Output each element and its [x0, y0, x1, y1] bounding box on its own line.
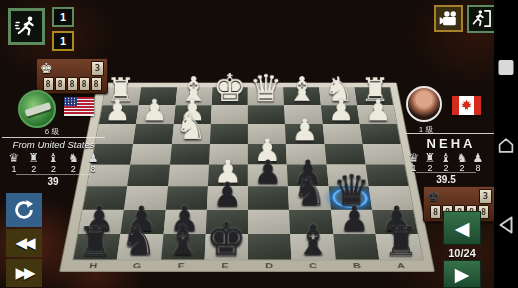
game-screen: ♜♝♚♛♝♞♜♟♟♟♟♟♞♟♟♟♟♟♟♞♛♟♟♟♟♟♜♞♝♚♝♜ HGFEDCB…: [0, 0, 518, 288]
square-d5[interactable]: ♟: [248, 165, 288, 187]
speed-mode-button[interactable]: [8, 8, 45, 45]
square-b3[interactable]: [322, 124, 362, 144]
file-label-c: C: [291, 262, 335, 269]
white-king-icon: ♚: [40, 61, 53, 75]
square-b6[interactable]: ♛: [328, 186, 371, 209]
square-f8[interactable]: ♝: [161, 234, 206, 260]
black-player-avatar: [406, 86, 442, 122]
square-b5[interactable]: [326, 165, 368, 187]
square-h8[interactable]: ♜: [73, 234, 120, 260]
black-material-score: 39.5: [416, 174, 476, 185]
back-button[interactable]: [498, 215, 515, 235]
square-a7[interactable]: ♟: [372, 209, 418, 233]
white-clock-digits: 88888: [40, 77, 104, 91]
square-d1[interactable]: ♛: [248, 87, 284, 105]
square-f3[interactable]: ♞: [172, 124, 211, 144]
square-a4[interactable]: [362, 144, 404, 165]
runner-exit-door-icon: [471, 8, 493, 30]
black-rook-a8: ♜: [383, 223, 418, 259]
square-c7[interactable]: [289, 209, 333, 233]
black-player-name: NEHA: [404, 136, 498, 151]
previous-move-button[interactable]: ◀: [443, 211, 481, 245]
white-wins-badge: 1: [52, 7, 74, 27]
black-king-icon: ♚: [427, 189, 440, 203]
square-h2[interactable]: ♟: [99, 105, 139, 124]
white-rook-a1: ♜: [360, 75, 389, 105]
square-e4[interactable]: [209, 144, 248, 165]
square-b8[interactable]: [333, 234, 379, 260]
square-c4[interactable]: [286, 144, 326, 165]
white-bishop-f1: ♝: [178, 74, 208, 105]
avatar-image-detail: [25, 102, 52, 117]
square-c8[interactable]: ♝: [290, 234, 335, 260]
square-d8[interactable]: [248, 234, 292, 260]
square-d4[interactable]: ♟: [248, 144, 287, 165]
square-e2[interactable]: [211, 105, 248, 124]
white-clock-side-digit: 3: [91, 61, 104, 76]
file-label-b: B: [335, 262, 380, 269]
recents-button[interactable]: [499, 60, 514, 75]
android-nav-bar: [494, 0, 518, 288]
square-e1[interactable]: ♚: [211, 87, 247, 105]
file-label-d: D: [247, 262, 291, 269]
home-button[interactable]: [498, 137, 515, 154]
square-g8[interactable]: ♞: [117, 234, 163, 260]
square-g5[interactable]: [127, 165, 169, 187]
selection-ring: [331, 188, 369, 208]
exit-game-button[interactable]: [467, 5, 496, 33]
move-counter: 10/24: [440, 247, 484, 259]
file-labels: HGFEDCBA: [70, 260, 424, 271]
file-label-h: H: [70, 262, 115, 269]
square-d2[interactable]: [248, 105, 285, 124]
square-d6[interactable]: [248, 186, 289, 209]
black-pawn-e6: ♟: [213, 179, 242, 209]
undo-circular-arrow-icon: [12, 198, 36, 222]
square-a1[interactable]: ♜: [354, 87, 393, 105]
square-f1[interactable]: ♝: [175, 87, 212, 105]
rewind-button[interactable]: ◀◀: [6, 229, 42, 257]
white-player-rank: 6 級: [22, 126, 82, 137]
square-e7[interactable]: [206, 209, 248, 233]
square-b7[interactable]: ♟: [330, 209, 375, 233]
square-a2[interactable]: ♟: [357, 105, 397, 124]
square-g2[interactable]: ♟: [136, 105, 175, 124]
us-flag: [64, 97, 94, 116]
square-f7[interactable]: ♟: [163, 209, 207, 233]
square-g4[interactable]: [130, 144, 171, 165]
white-queen-d1: ♛: [249, 71, 282, 105]
file-label-a: A: [378, 262, 423, 269]
square-g3[interactable]: [133, 124, 173, 144]
file-label-g: G: [115, 262, 160, 269]
black-clock-side-digit: 3: [479, 189, 492, 204]
canada-flag: [452, 96, 481, 115]
white-piece-icons: ♛♜♝♞♟: [4, 151, 103, 165]
file-label-f: F: [159, 262, 203, 269]
square-a8[interactable]: ♜: [375, 234, 422, 260]
square-g6[interactable]: [124, 186, 167, 209]
square-c3[interactable]: ♟: [285, 124, 324, 144]
camera-button[interactable]: [434, 5, 463, 32]
white-player-caption: From United States: [0, 139, 107, 150]
file-label-e: E: [203, 262, 247, 269]
maple-leaf-icon: [460, 99, 473, 112]
square-a6[interactable]: [368, 186, 413, 209]
square-h7[interactable]: ♟: [78, 209, 124, 233]
square-g7[interactable]: ♟: [121, 209, 166, 233]
white-knight-b1: ♞: [324, 74, 354, 105]
square-e3[interactable]: [210, 124, 248, 144]
board-frame: ♜♝♚♛♝♞♜♟♟♟♟♟♞♟♟♟♟♟♟♞♛♟♟♟♟♟♜♞♝♚♝♜ HGFEDCB…: [59, 83, 435, 272]
white-bishop-c1: ♝: [287, 74, 317, 105]
black-rook-h8: ♜: [77, 223, 112, 259]
square-e5[interactable]: ♟: [208, 165, 248, 187]
square-h6[interactable]: [83, 186, 128, 209]
square-c2[interactable]: [284, 105, 322, 124]
chess-board: ♜♝♚♛♝♞♜♟♟♟♟♟♞♟♟♟♟♟♟♞♛♟♟♟♟♟♜♞♝♚♝♜ HGFEDCB…: [59, 83, 435, 272]
square-f4[interactable]: [170, 144, 210, 165]
square-c6[interactable]: ♞: [288, 186, 330, 209]
square-g1[interactable]: [139, 87, 177, 105]
square-f6[interactable]: [165, 186, 207, 209]
square-d3[interactable]: [248, 124, 286, 144]
running-man-icon: [14, 14, 40, 40]
black-wins-badge: 1: [52, 31, 74, 51]
square-d7[interactable]: [248, 209, 290, 233]
square-c1[interactable]: ♝: [283, 87, 320, 105]
white-piece-counts: 12228: [4, 164, 103, 174]
white-rook-h1: ♜: [106, 75, 135, 105]
square-e6[interactable]: ♟: [207, 186, 248, 209]
square-a5[interactable]: [365, 165, 408, 187]
next-move-button[interactable]: ▶: [443, 260, 481, 288]
white-player-avatar: [18, 90, 56, 128]
square-b2[interactable]: ♟: [320, 105, 359, 124]
white-king-e1: ♚: [213, 71, 247, 106]
white-clock: ♚ 3 88888: [36, 58, 108, 94]
video-camera-icon: [438, 8, 460, 30]
square-h1[interactable]: ♜: [103, 87, 142, 105]
square-e8[interactable]: ♚: [204, 234, 248, 260]
square-f2[interactable]: ♟: [173, 105, 211, 124]
white-material-score: 39: [36, 176, 70, 187]
square-b4[interactable]: [324, 144, 365, 165]
square-b1[interactable]: ♞: [319, 87, 357, 105]
undo-button[interactable]: [6, 193, 42, 227]
square-a3[interactable]: [360, 124, 401, 144]
board-grid: ♜♝♚♛♝♞♜♟♟♟♟♟♞♟♟♟♟♟♟♞♛♟♟♟♟♟♜♞♝♚♝♜: [72, 87, 423, 260]
square-c5[interactable]: ♟: [287, 165, 328, 187]
fast-forward-button[interactable]: ▶▶: [6, 259, 42, 287]
square-f5[interactable]: [168, 165, 209, 187]
